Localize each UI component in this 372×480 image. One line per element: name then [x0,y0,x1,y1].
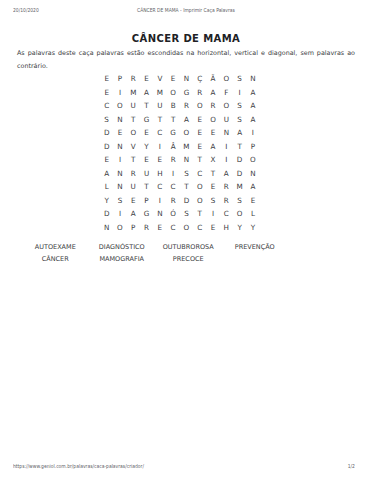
grid-cell: D [233,153,246,167]
grid-cell: G [140,113,153,127]
print-header-date: 20/10/2020 [13,8,39,13]
grid-cell: R [220,194,233,208]
grid-cell: Y [233,221,246,235]
grid-cell: M [180,140,193,154]
grid-cell: A [246,113,259,127]
grid-cell: A [140,86,153,100]
grid-cell: C [100,99,113,113]
grid-cell: I [113,86,126,100]
grid-cell: T [127,153,140,167]
grid-cell: A [246,180,259,194]
grid-cell: O [206,113,219,127]
grid-cell: E [100,153,113,167]
grid-cell: R [166,194,179,208]
grid-cell: P [113,72,126,86]
grid-cell: I [220,153,233,167]
grid-cell: E [246,194,259,208]
grid-cell: I [233,86,246,100]
grid-cell: C [220,207,233,221]
grid-cell: S [113,194,126,208]
grid-cell: R [206,99,219,113]
grid-cell: Â [166,140,179,154]
puzzle-instructions: As palavras deste caça palavras estão es… [17,47,355,72]
grid-cell: Ç [193,72,206,86]
grid-cell: R [166,153,179,167]
grid-cell: A [220,167,233,181]
grid-cell: G [166,126,179,140]
grid-cell: E [166,72,179,86]
word-item: AUTOEXAME [22,242,89,253]
grid-cell: E [100,72,113,86]
grid-cell: E [206,180,219,194]
grid-cell: T [193,207,206,221]
grid-cell: I [166,167,179,181]
grid-cell: N [180,153,193,167]
grid-cell: O [113,99,126,113]
grid-cell: R [127,72,140,86]
page-title: CÂNCER DE MAMA [0,33,372,44]
grid-cell: E [140,126,153,140]
grid-cell: N [113,167,126,181]
grid-cell: N [246,167,259,181]
grid-cell: S [206,194,219,208]
grid-cell: V [127,140,140,154]
grid-cell: Ã [206,72,219,86]
grid-cell: R [180,99,193,113]
grid-cell: A [206,86,219,100]
print-footer-url: https://www.geniol.com.br/palavras/caca-… [13,464,144,469]
grid-cell: S [180,167,193,181]
grid-cell: C [153,126,166,140]
word-search-grid: EPREVENÇÃOSNEIMAMOGRAFIACOUTUBROROSASNTG… [100,72,260,234]
word-item: PREVENÇÃO [222,242,289,253]
grid-cell: Y [100,194,113,208]
word-item: MAMOGRAFIA [89,254,156,265]
grid-cell: D [100,126,113,140]
grid-cell: C [153,180,166,194]
grid-cell: D [180,194,193,208]
word-item: DIAGNÓSTICO [89,242,156,253]
grid-cell: T [180,180,193,194]
grid-cell: E [193,140,206,154]
grid-cell: E [113,126,126,140]
grid-cell: C [193,221,206,235]
grid-cell: N [220,126,233,140]
grid-cell: N [153,207,166,221]
grid-cell: U [140,167,153,181]
grid-cell: S [233,72,246,86]
print-footer-page-number: 1/2 [348,464,355,469]
grid-cell: D [100,207,113,221]
grid-cell: Y [246,221,259,235]
grid-cell: O [220,99,233,113]
grid-cell: I [153,140,166,154]
grid-cell: N [113,140,126,154]
grid-cell: F [220,86,233,100]
grid-cell: E [206,126,219,140]
grid-cell: N [100,221,113,235]
word-item: PRECOCE [155,254,222,265]
grid-cell: H [220,221,233,235]
grid-cell: Y [140,140,153,154]
grid-cell: D [100,140,113,154]
print-header-doc-title: CÂNCER DE MAMA - Imprimir Caça Palavras [82,8,290,13]
grid-cell: C [166,221,179,235]
grid-cell: T [233,140,246,154]
grid-cell: G [140,207,153,221]
grid-cell: A [233,126,246,140]
grid-cell: S [233,99,246,113]
grid-cell: E [193,113,206,127]
grid-cell: U [220,113,233,127]
grid-cell: E [100,86,113,100]
grid-cell: E [140,72,153,86]
grid-cell: U [127,99,140,113]
grid-cell: C [166,180,179,194]
grid-cell: O [220,72,233,86]
grid-cell: I [206,207,219,221]
grid-cell: V [153,72,166,86]
grid-cell: M [153,86,166,100]
grid-cell: B [166,99,179,113]
grid-cell: O [193,99,206,113]
grid-cell: M [233,180,246,194]
grid-cell: I [153,194,166,208]
grid-cell: N [180,72,193,86]
grid-cell: R [140,221,153,235]
grid-cell: N [246,72,259,86]
grid-cell: E [127,194,140,208]
grid-cell: I [113,153,126,167]
grid-cell: S [233,113,246,127]
grid-cell: E [153,153,166,167]
grid-cell: E [140,153,153,167]
grid-cell: R [127,167,140,181]
grid-cell: Ó [166,207,179,221]
grid-cell: P [246,140,259,154]
grid-cell: O [127,126,140,140]
grid-cell: O [113,221,126,235]
grid-cell: U [153,99,166,113]
grid-cell: U [127,180,140,194]
grid-cell: O [193,194,206,208]
grid-cell: I [113,207,126,221]
grid-cell: O [180,126,193,140]
grid-cell: L [246,207,259,221]
grid-cell: T [206,167,219,181]
grid-cell: N [113,113,126,127]
grid-cell: S [233,194,246,208]
grid-cell: O [246,153,259,167]
grid-cell: T [127,113,140,127]
grid-cell: R [220,180,233,194]
grid-cell: T [193,153,206,167]
grid-cell: S [180,207,193,221]
grid-cell: A [180,113,193,127]
grid-cell: O [193,180,206,194]
grid-cell: D [233,167,246,181]
grid-cell: C [193,167,206,181]
grid-cell: A [127,207,140,221]
word-item: OUTUBROROSA [155,242,222,253]
grid-cell: P [127,221,140,235]
grid-cell: L [100,180,113,194]
grid-cell: P [140,194,153,208]
grid-cell: X [206,153,219,167]
grid-cell: G [180,86,193,100]
grid-cell: A [246,86,259,100]
grid-cell: A [206,140,219,154]
grid-cell: O [180,221,193,235]
grid-cell: N [113,180,126,194]
grid-cell: E [206,221,219,235]
grid-cell: E [153,221,166,235]
word-item: CÂNCER [22,254,89,265]
grid-cell: T [153,113,166,127]
grid-cell: I [246,126,259,140]
grid-cell: I [220,140,233,154]
grid-cell: O [233,207,246,221]
grid-cell: O [166,86,179,100]
grid-cell: T [140,180,153,194]
grid-cell: A [246,99,259,113]
grid-cell: M [127,86,140,100]
grid-cell: T [166,113,179,127]
grid-cell: R [193,86,206,100]
grid-cell: A [100,167,113,181]
grid-cell: E [193,126,206,140]
grid-cell: H [153,167,166,181]
grid-cell: T [140,99,153,113]
grid-cell: S [100,113,113,127]
word-list: AUTOEXAMEDIAGNÓSTICOOUTUBROROSAPREVENÇÃO… [22,242,288,265]
